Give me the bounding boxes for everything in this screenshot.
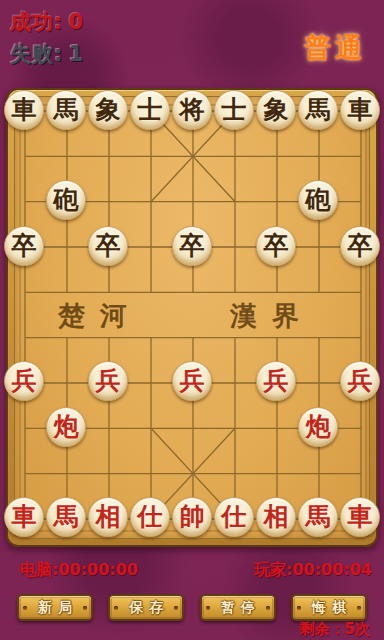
undo-remaining-note: 剩余：5次: [300, 620, 370, 639]
board-cell[interactable]: [129, 132, 171, 177]
board-cell[interactable]: [255, 404, 297, 449]
piece-black[interactable]: 砲: [46, 180, 86, 220]
piece-black[interactable]: 砲: [298, 180, 338, 220]
board-cell[interactable]: [213, 313, 255, 358]
board-cell[interactable]: 馬: [297, 87, 339, 132]
board-cell[interactable]: 車: [3, 495, 45, 540]
board-cell[interactable]: [297, 449, 339, 494]
piece-red[interactable]: 仕: [214, 497, 254, 537]
board-cell[interactable]: 車: [339, 87, 381, 132]
board-cell[interactable]: [213, 132, 255, 177]
piece-black[interactable]: 士: [130, 90, 170, 130]
board-cell[interactable]: 帥: [171, 495, 213, 540]
undo-button[interactable]: 悔棋: [291, 594, 367, 621]
board-cell[interactable]: 卒: [3, 223, 45, 268]
board-cell[interactable]: [129, 178, 171, 223]
board-grid: 車馬象士将士象馬車砲砲卒卒卒卒卒兵兵兵兵兵炮炮車馬相仕帥仕相馬車: [3, 87, 381, 540]
board-cell[interactable]: 兵: [3, 359, 45, 404]
board-cell[interactable]: 士: [213, 87, 255, 132]
board-cell[interactable]: [213, 404, 255, 449]
piece-red[interactable]: 帥: [172, 497, 212, 537]
board-cell[interactable]: 兵: [87, 359, 129, 404]
piece-red[interactable]: 仕: [130, 497, 170, 537]
board-cell[interactable]: [45, 359, 87, 404]
board-cell[interactable]: [213, 449, 255, 494]
board-cell[interactable]: 兵: [171, 359, 213, 404]
board-cell[interactable]: 将: [171, 87, 213, 132]
player-timer: 玩家:00:00:04: [254, 560, 372, 581]
fail-value: 1: [68, 42, 84, 66]
piece-red[interactable]: 炮: [298, 407, 338, 447]
board-cell[interactable]: [129, 313, 171, 358]
board-cell[interactable]: [171, 404, 213, 449]
piece-black[interactable]: 士: [214, 90, 254, 130]
piece-black[interactable]: 象: [256, 90, 296, 130]
board-cell[interactable]: [129, 359, 171, 404]
save-button[interactable]: 保存: [108, 594, 184, 621]
board-cell[interactable]: [87, 449, 129, 494]
xiangqi-app: 成功:0 失败:1 普通: [0, 0, 384, 640]
board-cell[interactable]: [171, 268, 213, 313]
board-cell[interactable]: [339, 449, 381, 494]
board-cell[interactable]: [45, 449, 87, 494]
board-cell[interactable]: [171, 449, 213, 494]
board-cell[interactable]: 相: [87, 495, 129, 540]
board-cell[interactable]: [129, 223, 171, 268]
board-cell[interactable]: [87, 404, 129, 449]
board-cell[interactable]: 卒: [171, 223, 213, 268]
piece-red[interactable]: 相: [88, 497, 128, 537]
board-cell[interactable]: [87, 178, 129, 223]
board-cell[interactable]: 士: [129, 87, 171, 132]
board-cell[interactable]: 車: [339, 495, 381, 540]
board-cell[interactable]: 象: [87, 87, 129, 132]
piece-black[interactable]: 卒: [256, 226, 296, 266]
board-cell[interactable]: [339, 132, 381, 177]
board-cell[interactable]: 馬: [297, 495, 339, 540]
board-cell[interactable]: [87, 313, 129, 358]
piece-black[interactable]: 馬: [46, 90, 86, 130]
board-cell[interactable]: 炮: [45, 404, 87, 449]
board-cell[interactable]: [255, 178, 297, 223]
board-cell[interactable]: [213, 178, 255, 223]
board-cell[interactable]: [339, 268, 381, 313]
board-cell[interactable]: [339, 404, 381, 449]
board-cell[interactable]: [3, 404, 45, 449]
board-cell[interactable]: [171, 313, 213, 358]
new-game-button[interactable]: 新局: [17, 594, 93, 621]
piece-red[interactable]: 兵: [340, 361, 380, 401]
piece-red[interactable]: 兵: [256, 361, 296, 401]
difficulty-badge[interactable]: 普通: [304, 30, 366, 66]
board-cell[interactable]: [339, 313, 381, 358]
computer-timer: 电脑:00:00:00: [20, 560, 138, 581]
piece-red[interactable]: 車: [340, 497, 380, 537]
piece-black[interactable]: 卒: [4, 226, 44, 266]
success-value: 0: [68, 10, 84, 34]
board-cell[interactable]: [87, 268, 129, 313]
piece-red[interactable]: 馬: [46, 497, 86, 537]
board-cell[interactable]: 車: [3, 87, 45, 132]
board-cell[interactable]: 仕: [129, 495, 171, 540]
piece-black[interactable]: 将: [172, 90, 212, 130]
board-cell[interactable]: 砲: [45, 178, 87, 223]
board-cell[interactable]: [297, 268, 339, 313]
board-cell[interactable]: 兵: [255, 359, 297, 404]
board-cell[interactable]: [129, 404, 171, 449]
board-cell[interactable]: 馬: [45, 87, 87, 132]
board-cell[interactable]: 相: [255, 495, 297, 540]
board-cell[interactable]: 卒: [87, 223, 129, 268]
board-cell[interactable]: [339, 178, 381, 223]
board-cell[interactable]: [129, 449, 171, 494]
piece-black[interactable]: 車: [340, 90, 380, 130]
piece-red[interactable]: 兵: [4, 361, 44, 401]
board-cell[interactable]: [297, 313, 339, 358]
fail-counter: 失败:1: [10, 40, 84, 68]
board-cell[interactable]: [171, 132, 213, 177]
success-counter: 成功:0: [10, 8, 84, 36]
board-cell[interactable]: [171, 178, 213, 223]
board-cell[interactable]: [45, 268, 87, 313]
piece-red[interactable]: 炮: [46, 407, 86, 447]
board-cell[interactable]: 馬: [45, 495, 87, 540]
piece-red[interactable]: 兵: [172, 361, 212, 401]
board-cell[interactable]: 卒: [255, 223, 297, 268]
board-cell[interactable]: 卒: [339, 223, 381, 268]
board-cell[interactable]: [213, 359, 255, 404]
piece-black[interactable]: 卒: [172, 226, 212, 266]
piece-black[interactable]: 卒: [340, 226, 380, 266]
board-cell[interactable]: [255, 449, 297, 494]
board-cell[interactable]: [3, 449, 45, 494]
board-cell[interactable]: [213, 223, 255, 268]
board-cell[interactable]: [3, 132, 45, 177]
piece-black[interactable]: 車: [4, 90, 44, 130]
board-cell[interactable]: [213, 268, 255, 313]
piece-red[interactable]: 馬: [298, 497, 338, 537]
piece-red[interactable]: 相: [256, 497, 296, 537]
button-row: 新局 保存 暂停 悔棋: [0, 594, 384, 621]
pause-button[interactable]: 暂停: [200, 594, 276, 621]
board-cell[interactable]: [3, 313, 45, 358]
board-cell[interactable]: 象: [255, 87, 297, 132]
board-cell[interactable]: [129, 268, 171, 313]
board-cell[interactable]: [255, 268, 297, 313]
success-label: 成功:: [10, 10, 63, 34]
board-cell[interactable]: [3, 268, 45, 313]
board-cell[interactable]: 砲: [297, 178, 339, 223]
piece-red[interactable]: 兵: [88, 361, 128, 401]
piece-red[interactable]: 車: [4, 497, 44, 537]
board-cell[interactable]: 炮: [297, 404, 339, 449]
board-cell[interactable]: [297, 359, 339, 404]
board-cell[interactable]: [297, 223, 339, 268]
board-cell[interactable]: [3, 178, 45, 223]
board-cell[interactable]: [45, 132, 87, 177]
board-cell[interactable]: [255, 132, 297, 177]
board-cell[interactable]: [45, 313, 87, 358]
board-cell[interactable]: 仕: [213, 495, 255, 540]
board-cell[interactable]: [297, 132, 339, 177]
piece-black[interactable]: 馬: [298, 90, 338, 130]
piece-black[interactable]: 象: [88, 90, 128, 130]
board-cell[interactable]: 兵: [339, 359, 381, 404]
piece-black[interactable]: 卒: [88, 226, 128, 266]
board-cell[interactable]: [255, 313, 297, 358]
board-cell[interactable]: [87, 132, 129, 177]
fail-label: 失败:: [10, 42, 63, 66]
board-cell[interactable]: [45, 223, 87, 268]
